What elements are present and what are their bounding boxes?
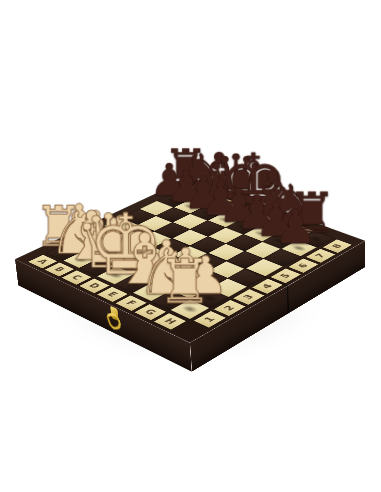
white-rook-glyph: ♜ (157, 251, 212, 312)
scene: ♜♞♝♛♚♝♞♜♟♟♟♟♟♟♟♟♟♟♟♟♟♟♟♟♜♞♝♛♚♝♞♜ ABCDEFG… (0, 0, 381, 492)
black-pawn-glyph: ♟ (274, 202, 317, 250)
clasp-hook (105, 312, 123, 330)
brass-clasp-icon (105, 303, 123, 336)
chess-board: ♜♞♝♛♚♝♞♜♟♟♟♟♟♟♟♟♟♟♟♟♟♟♟♟♜♞♝♛♚♝♞♜ ABCDEFG… (15, 178, 365, 343)
product-photo-page: ♜♞♝♛♚♝♞♜♟♟♟♟♟♟♟♟♟♟♟♟♟♟♟♟♜♞♝♛♚♝♞♜ ABCDEFG… (0, 0, 381, 492)
